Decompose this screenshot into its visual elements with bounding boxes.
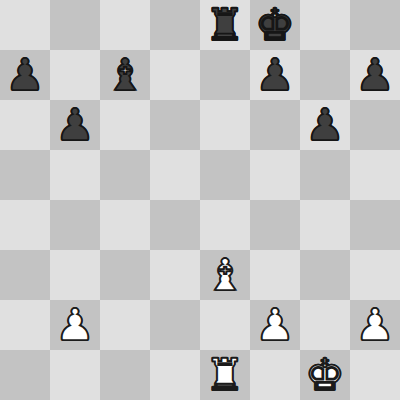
black-king-f8[interactable]: ♚ [255,0,294,50]
square-a5[interactable] [0,150,50,200]
square-g8[interactable] [300,0,350,50]
square-a1[interactable] [0,350,50,400]
square-b5[interactable] [50,150,100,200]
square-f8[interactable]: ♚ [250,0,300,50]
square-c4[interactable] [100,200,150,250]
square-h3[interactable] [350,250,400,300]
square-f2[interactable]: ♟ [250,300,300,350]
square-c7[interactable]: ♝ [100,50,150,100]
square-f4[interactable] [250,200,300,250]
square-f3[interactable] [250,250,300,300]
square-a4[interactable] [0,200,50,250]
square-a2[interactable] [0,300,50,350]
square-e3[interactable]: ♝ [200,250,250,300]
chess-board: ♜♚♟♝♟♟♟♟♝♟♟♟♜♚ [0,0,400,400]
square-d3[interactable] [150,250,200,300]
square-b1[interactable] [50,350,100,400]
square-a3[interactable] [0,250,50,300]
square-d8[interactable] [150,0,200,50]
black-rook-e8[interactable]: ♜ [205,0,244,50]
square-h5[interactable] [350,150,400,200]
square-d5[interactable] [150,150,200,200]
white-pawn-h2[interactable]: ♟ [355,300,394,350]
white-pawn-b2[interactable]: ♟ [55,300,94,350]
square-c1[interactable] [100,350,150,400]
white-king-g1[interactable]: ♚ [305,350,344,400]
square-a7[interactable]: ♟ [0,50,50,100]
white-rook-e1[interactable]: ♜ [205,350,244,400]
square-b3[interactable] [50,250,100,300]
square-d2[interactable] [150,300,200,350]
square-g5[interactable] [300,150,350,200]
square-h4[interactable] [350,200,400,250]
square-g7[interactable] [300,50,350,100]
square-b6[interactable]: ♟ [50,100,100,150]
square-g6[interactable]: ♟ [300,100,350,150]
square-b4[interactable] [50,200,100,250]
square-c5[interactable] [100,150,150,200]
square-f5[interactable] [250,150,300,200]
square-g4[interactable] [300,200,350,250]
square-a8[interactable] [0,0,50,50]
black-pawn-f7[interactable]: ♟ [255,50,294,100]
square-f1[interactable] [250,350,300,400]
square-b8[interactable] [50,0,100,50]
square-f6[interactable] [250,100,300,150]
black-pawn-b6[interactable]: ♟ [55,100,94,150]
black-bishop-c7[interactable]: ♝ [105,50,144,100]
square-e8[interactable]: ♜ [200,0,250,50]
square-b2[interactable]: ♟ [50,300,100,350]
square-c8[interactable] [100,0,150,50]
square-e6[interactable] [200,100,250,150]
square-d4[interactable] [150,200,200,250]
square-d1[interactable] [150,350,200,400]
white-pawn-f2[interactable]: ♟ [255,300,294,350]
black-pawn-a7[interactable]: ♟ [5,50,44,100]
square-h2[interactable]: ♟ [350,300,400,350]
square-e4[interactable] [200,200,250,250]
black-pawn-h7[interactable]: ♟ [355,50,394,100]
square-h1[interactable] [350,350,400,400]
square-e1[interactable]: ♜ [200,350,250,400]
square-c3[interactable] [100,250,150,300]
square-a6[interactable] [0,100,50,150]
square-f7[interactable]: ♟ [250,50,300,100]
square-c2[interactable] [100,300,150,350]
square-b7[interactable] [50,50,100,100]
square-g2[interactable] [300,300,350,350]
square-c6[interactable] [100,100,150,150]
square-h6[interactable] [350,100,400,150]
square-d7[interactable] [150,50,200,100]
square-h8[interactable] [350,0,400,50]
square-g3[interactable] [300,250,350,300]
black-pawn-g6[interactable]: ♟ [305,100,344,150]
square-d6[interactable] [150,100,200,150]
square-e2[interactable] [200,300,250,350]
square-e5[interactable] [200,150,250,200]
white-bishop-e3[interactable]: ♝ [205,250,244,300]
square-h7[interactable]: ♟ [350,50,400,100]
square-e7[interactable] [200,50,250,100]
square-g1[interactable]: ♚ [300,350,350,400]
